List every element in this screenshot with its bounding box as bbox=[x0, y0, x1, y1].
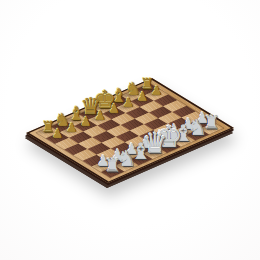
chess-set-photo: ♜♞♝♛♚♝♞♜♟♟♟♟♟♟♟♟♟♟♟♟♟♟♟♟♜♞♝♛♚♝♞♜ bbox=[0, 0, 260, 260]
chess-board bbox=[26, 78, 234, 183]
board-shadow-wrap bbox=[0, 0, 260, 260]
board-squares bbox=[37, 83, 224, 177]
